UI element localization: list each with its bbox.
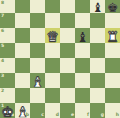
square-f2[interactable] [75,88,90,103]
square-g8[interactable]: ♝ [90,0,105,13]
rank-label-4: 4 [1,59,4,64]
chess-board: 8♝♚76♛♝♜543♝21a♚b♝cdefgh [0,0,120,118]
square-h8[interactable]: ♚ [105,0,120,13]
file-label-c: c [41,113,44,118]
square-f3[interactable] [75,73,90,88]
rank-label-7: 7 [1,14,4,19]
square-h5[interactable] [105,43,120,58]
rank-label-6: 6 [1,29,4,34]
square-a7[interactable]: 7 [0,13,15,28]
square-d8[interactable] [45,0,60,13]
square-d6[interactable]: ♛ [45,28,60,43]
square-g6[interactable] [90,28,105,43]
white-bishop-b1[interactable]: ♝ [16,104,29,118]
square-c1[interactable]: c [30,103,45,118]
square-a8[interactable]: 8 [0,0,15,13]
square-c7[interactable] [30,13,45,28]
square-a1[interactable]: 1a♚ [0,103,15,118]
white-queen-d6[interactable]: ♛ [46,29,59,43]
file-label-g: g [101,113,104,118]
square-g5[interactable] [90,43,105,58]
square-b1[interactable]: b♝ [15,103,30,118]
square-b2[interactable] [15,88,30,103]
rank-label-3: 3 [1,74,4,79]
square-c4[interactable] [30,58,45,73]
square-d3[interactable] [45,73,60,88]
square-d7[interactable] [45,13,60,28]
square-h2[interactable] [105,88,120,103]
square-a3[interactable]: 3 [0,73,15,88]
rank-label-8: 8 [1,1,4,6]
square-h7[interactable] [105,13,120,28]
square-c5[interactable] [30,43,45,58]
square-f6[interactable]: ♝ [75,28,90,43]
square-e2[interactable] [60,88,75,103]
file-label-e: e [71,113,74,118]
square-f5[interactable] [75,43,90,58]
square-f4[interactable] [75,58,90,73]
square-c3[interactable]: ♝ [30,73,45,88]
square-b7[interactable] [15,13,30,28]
square-e5[interactable] [60,43,75,58]
square-a6[interactable]: 6 [0,28,15,43]
square-h6[interactable]: ♜ [105,28,120,43]
white-bishop-c3[interactable]: ♝ [31,74,44,88]
square-b3[interactable] [15,73,30,88]
square-b5[interactable] [15,43,30,58]
square-h3[interactable] [105,73,120,88]
white-rook-h6[interactable]: ♜ [106,29,119,43]
rank-label-5: 5 [1,44,4,49]
square-d4[interactable] [45,58,60,73]
file-label-f: f [87,113,89,118]
square-e8[interactable] [60,0,75,13]
square-f7[interactable] [75,13,90,28]
square-g4[interactable] [90,58,105,73]
square-b8[interactable] [15,0,30,13]
square-h4[interactable] [105,58,120,73]
black-bishop-f6[interactable]: ♝ [76,29,89,43]
square-h1[interactable]: h [105,103,120,118]
square-e6[interactable] [60,28,75,43]
square-g7[interactable] [90,13,105,28]
square-d5[interactable] [45,43,60,58]
square-f8[interactable] [75,0,90,13]
square-b6[interactable] [15,28,30,43]
file-label-h: h [116,113,119,118]
square-e1[interactable]: e [60,103,75,118]
square-g2[interactable] [90,88,105,103]
chess-board-container: 8♝♚76♛♝♜543♝21a♚b♝cdefgh [0,0,120,118]
square-e4[interactable] [60,58,75,73]
square-e3[interactable] [60,73,75,88]
square-e7[interactable] [60,13,75,28]
square-d1[interactable]: d [45,103,60,118]
file-label-d: d [56,113,59,118]
white-king-a1[interactable]: ♚ [1,104,14,118]
square-c2[interactable] [30,88,45,103]
square-b4[interactable] [15,58,30,73]
square-g3[interactable] [90,73,105,88]
square-g1[interactable]: g [90,103,105,118]
rank-label-2: 2 [1,89,4,94]
square-d2[interactable] [45,88,60,103]
square-f1[interactable]: f [75,103,90,118]
square-a2[interactable]: 2 [0,88,15,103]
square-c8[interactable] [30,0,45,13]
square-a5[interactable]: 5 [0,43,15,58]
square-a4[interactable]: 4 [0,58,15,73]
square-c6[interactable] [30,28,45,43]
